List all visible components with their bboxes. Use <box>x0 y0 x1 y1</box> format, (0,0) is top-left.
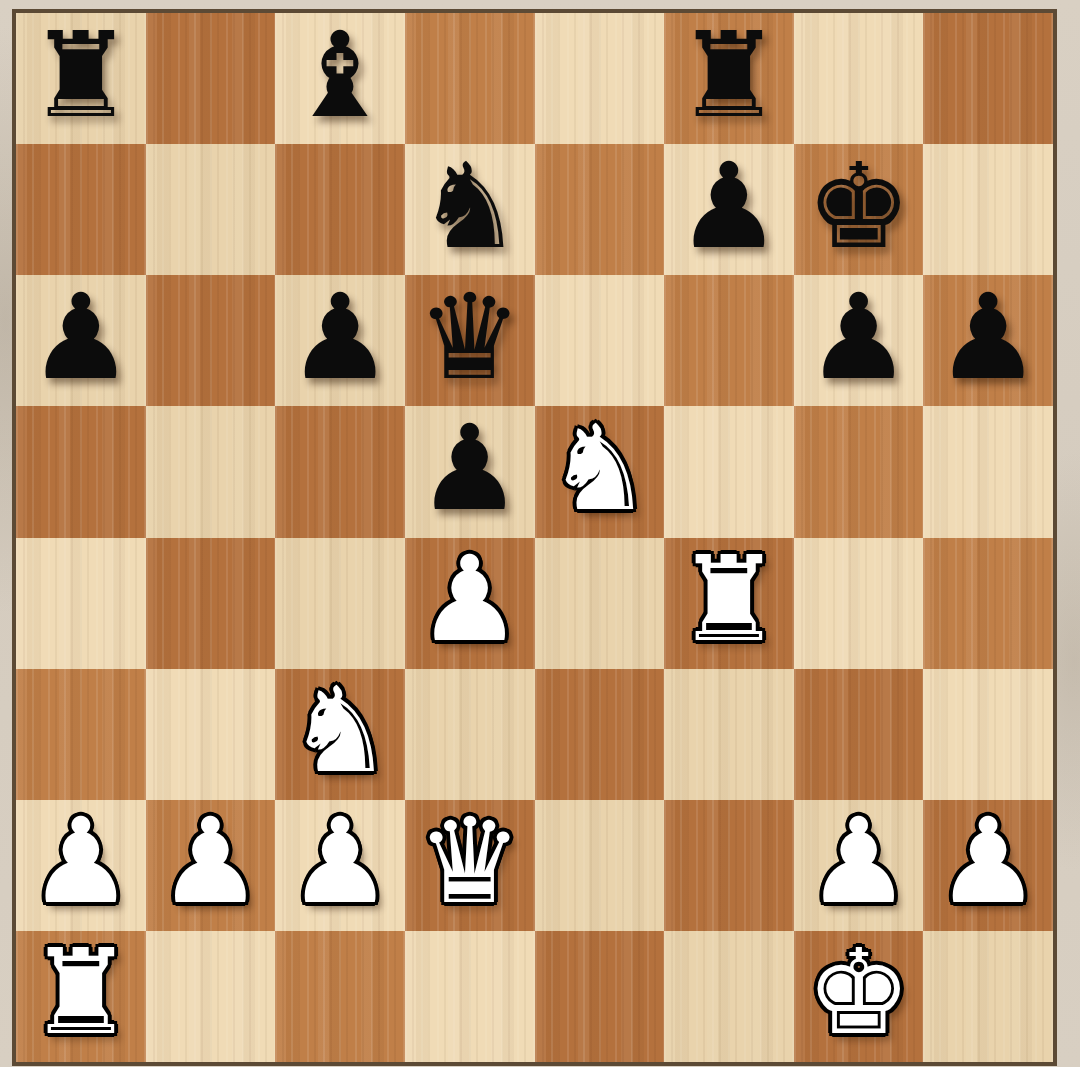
square-d1[interactable] <box>405 931 535 1062</box>
square-h7[interactable] <box>923 144 1053 275</box>
square-c8[interactable]: ♝ <box>275 13 405 144</box>
square-g2[interactable]: ♟ <box>794 800 924 931</box>
square-d2[interactable]: ♛ <box>405 800 535 931</box>
square-g8[interactable] <box>794 13 924 144</box>
square-d4[interactable]: ♟ <box>405 538 535 669</box>
square-e8[interactable] <box>535 13 665 144</box>
black-pawn-c6[interactable]: ♟ <box>287 278 393 396</box>
square-d3[interactable] <box>405 669 535 800</box>
square-c7[interactable] <box>275 144 405 275</box>
white-knight-c3[interactable]: ♞ <box>287 671 393 789</box>
square-a5[interactable] <box>16 406 146 537</box>
square-a4[interactable] <box>16 538 146 669</box>
white-pawn-c2[interactable]: ♟ <box>287 802 393 920</box>
black-pawn-h6[interactable]: ♟ <box>935 278 1041 396</box>
square-g1[interactable]: ♚ <box>794 931 924 1062</box>
black-pawn-a6[interactable]: ♟ <box>28 278 134 396</box>
square-h2[interactable]: ♟ <box>923 800 1053 931</box>
white-king-g1[interactable]: ♚ <box>806 933 912 1051</box>
white-pawn-b2[interactable]: ♟ <box>158 802 264 920</box>
square-d5[interactable]: ♟ <box>405 406 535 537</box>
white-pawn-d4[interactable]: ♟ <box>417 540 523 658</box>
square-b1[interactable] <box>146 931 276 1062</box>
square-b8[interactable] <box>146 13 276 144</box>
square-a6[interactable]: ♟ <box>16 275 146 406</box>
square-h4[interactable] <box>923 538 1053 669</box>
square-a1[interactable]: ♜ <box>16 931 146 1062</box>
square-c2[interactable]: ♟ <box>275 800 405 931</box>
white-rook-f4[interactable]: ♜ <box>676 540 782 658</box>
square-f1[interactable] <box>664 931 794 1062</box>
square-b2[interactable]: ♟ <box>146 800 276 931</box>
black-pawn-f7[interactable]: ♟ <box>676 147 782 265</box>
square-b5[interactable] <box>146 406 276 537</box>
white-rook-a1[interactable]: ♜ <box>28 933 134 1051</box>
square-f7[interactable]: ♟ <box>664 144 794 275</box>
square-c1[interactable] <box>275 931 405 1062</box>
black-king-g7[interactable]: ♚ <box>806 147 912 265</box>
square-g5[interactable] <box>794 406 924 537</box>
square-b7[interactable] <box>146 144 276 275</box>
square-e5[interactable]: ♞ <box>535 406 665 537</box>
square-e6[interactable] <box>535 275 665 406</box>
square-g3[interactable] <box>794 669 924 800</box>
square-e1[interactable] <box>535 931 665 1062</box>
square-c6[interactable]: ♟ <box>275 275 405 406</box>
square-b4[interactable] <box>146 538 276 669</box>
black-knight-d7[interactable]: ♞ <box>417 147 523 265</box>
square-f5[interactable] <box>664 406 794 537</box>
square-a3[interactable] <box>16 669 146 800</box>
square-e3[interactable] <box>535 669 665 800</box>
square-a8[interactable]: ♜ <box>16 13 146 144</box>
square-e4[interactable] <box>535 538 665 669</box>
square-f4[interactable]: ♜ <box>664 538 794 669</box>
square-f8[interactable]: ♜ <box>664 13 794 144</box>
white-pawn-a2[interactable]: ♟ <box>28 802 134 920</box>
square-f2[interactable] <box>664 800 794 931</box>
square-d8[interactable] <box>405 13 535 144</box>
square-g4[interactable] <box>794 538 924 669</box>
square-b3[interactable] <box>146 669 276 800</box>
square-c4[interactable] <box>275 538 405 669</box>
square-a2[interactable]: ♟ <box>16 800 146 931</box>
chessboard: ♜♝♜♞♟♚♟♟♛♟♟♟♞♟♜♞♟♟♟♛♟♟♜♚ <box>16 13 1053 1062</box>
square-f6[interactable] <box>664 275 794 406</box>
square-c5[interactable] <box>275 406 405 537</box>
white-knight-e5[interactable]: ♞ <box>546 409 652 527</box>
square-g6[interactable]: ♟ <box>794 275 924 406</box>
square-h1[interactable] <box>923 931 1053 1062</box>
white-pawn-g2[interactable]: ♟ <box>806 802 912 920</box>
square-h3[interactable] <box>923 669 1053 800</box>
black-pawn-g6[interactable]: ♟ <box>806 278 912 396</box>
square-f3[interactable] <box>664 669 794 800</box>
square-e7[interactable] <box>535 144 665 275</box>
square-a7[interactable] <box>16 144 146 275</box>
black-rook-f8[interactable]: ♜ <box>676 16 782 134</box>
black-pawn-d5[interactable]: ♟ <box>417 409 523 527</box>
board-frame: ♜♝♜♞♟♚♟♟♛♟♟♟♞♟♜♞♟♟♟♛♟♟♜♚ <box>12 9 1057 1066</box>
square-g7[interactable]: ♚ <box>794 144 924 275</box>
black-bishop-c8[interactable]: ♝ <box>287 16 393 134</box>
square-h6[interactable]: ♟ <box>923 275 1053 406</box>
black-queen-d6[interactable]: ♛ <box>417 278 523 396</box>
square-e2[interactable] <box>535 800 665 931</box>
square-h5[interactable] <box>923 406 1053 537</box>
square-d7[interactable]: ♞ <box>405 144 535 275</box>
white-pawn-h2[interactable]: ♟ <box>935 802 1041 920</box>
square-d6[interactable]: ♛ <box>405 275 535 406</box>
square-c3[interactable]: ♞ <box>275 669 405 800</box>
square-h8[interactable] <box>923 13 1053 144</box>
white-queen-d2[interactable]: ♛ <box>417 802 523 920</box>
square-b6[interactable] <box>146 275 276 406</box>
black-rook-a8[interactable]: ♜ <box>28 16 134 134</box>
